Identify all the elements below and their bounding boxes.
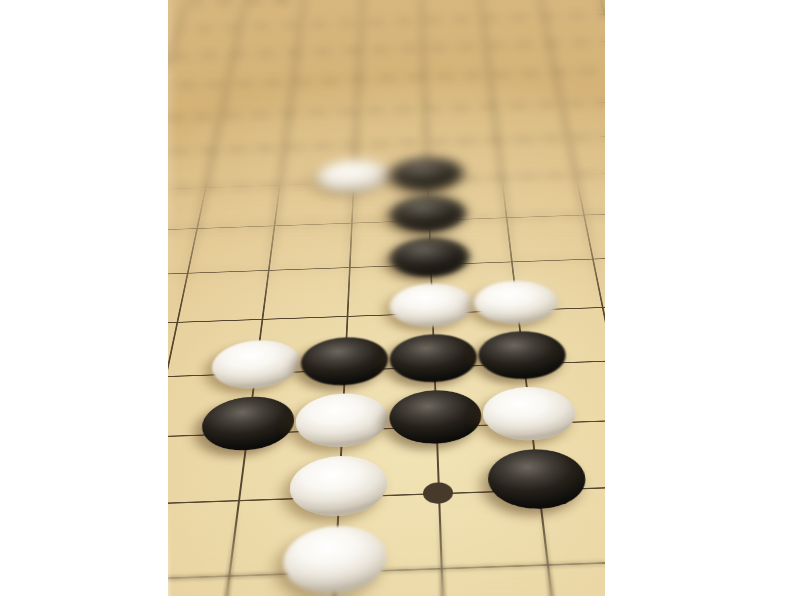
board-cell	[498, 138, 576, 178]
board-cell	[494, 104, 569, 140]
board-cell	[358, 77, 426, 111]
board-cell	[179, 2, 245, 30]
board-cell	[503, 175, 585, 218]
board-cell	[240, 0, 304, 28]
board-cell	[228, 53, 297, 85]
board-cell	[188, 226, 275, 273]
board-cell	[178, 271, 269, 323]
board-cell	[168, 116, 221, 153]
board-cell	[549, 562, 605, 596]
board-cell	[356, 109, 427, 146]
board-scene	[168, 0, 605, 596]
board-cell	[285, 111, 358, 148]
board-cell	[507, 215, 593, 262]
board-cell	[168, 501, 240, 580]
board-cell	[544, 15, 605, 44]
board-cell	[361, 21, 424, 50]
board-cell	[290, 80, 360, 114]
board-cell	[270, 224, 353, 271]
board-cell	[359, 48, 425, 80]
board-cell	[487, 44, 556, 75]
board-cell	[425, 75, 494, 109]
board-cell	[426, 107, 498, 144]
board-cell	[234, 25, 301, 55]
board-cell	[422, 0, 484, 21]
page-background	[0, 0, 794, 596]
perspective-camera	[168, 0, 605, 596]
board-cell	[294, 50, 361, 82]
go-board-photo	[168, 0, 605, 596]
board-cell	[171, 28, 240, 58]
board-cell	[556, 71, 605, 105]
board-cell	[481, 0, 545, 19]
board-cell	[362, 0, 423, 23]
board-cell	[221, 82, 293, 116]
board-cell	[423, 19, 487, 48]
board-cell	[214, 114, 289, 151]
board-cell	[443, 566, 559, 596]
board-cell	[206, 148, 285, 188]
board-cell	[550, 42, 605, 73]
board-cell	[569, 136, 605, 175]
board-cell	[297, 23, 361, 52]
go-board	[168, 0, 605, 596]
board-cell	[168, 84, 228, 118]
board-cell	[168, 577, 230, 596]
board-cell	[424, 46, 491, 77]
board-cell	[484, 17, 550, 46]
board-cell	[168, 55, 234, 87]
board-cell	[263, 268, 350, 320]
board-cell	[562, 102, 605, 138]
board-cell	[490, 73, 562, 107]
board-cell	[301, 0, 363, 25]
board-cell	[198, 186, 281, 229]
